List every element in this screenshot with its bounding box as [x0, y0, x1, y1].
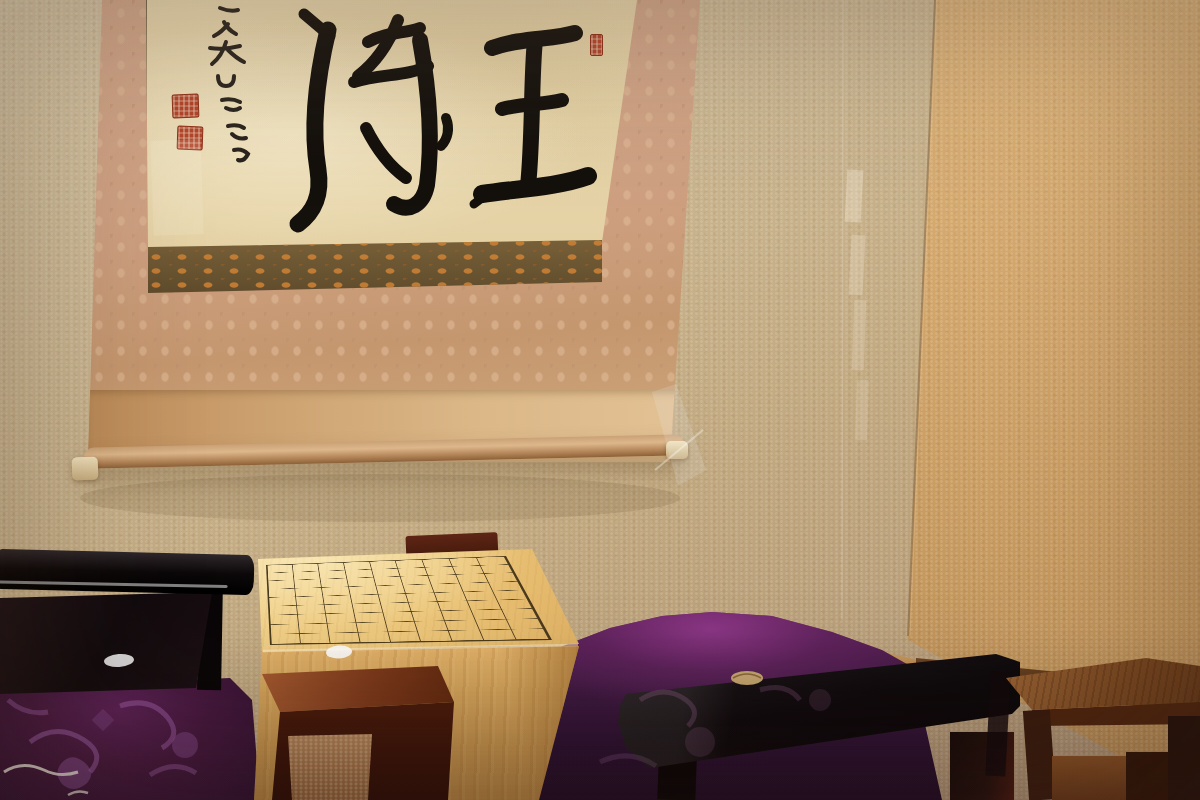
board-cell [300, 633, 331, 644]
shogi-room-photo [0, 0, 1200, 800]
board-cell [512, 629, 550, 640]
stool-right-dark-side [1168, 716, 1200, 800]
roller-knob-right [666, 441, 688, 459]
roller-knob-left [72, 457, 99, 481]
board-cell [356, 622, 388, 632]
futon-left [0, 674, 262, 800]
stool-right-floor-gap [1052, 756, 1128, 800]
board-cell [327, 623, 358, 633]
red-seal-upper [172, 94, 200, 119]
board-cell [388, 631, 422, 642]
board-cell [480, 629, 517, 640]
board-cell [385, 621, 418, 632]
board-cell [358, 632, 391, 643]
piece-stand-front-opening [284, 734, 372, 800]
shogi-board [256, 546, 586, 656]
board-cell [476, 619, 512, 630]
board-cell [271, 624, 300, 634]
board-cell [449, 630, 485, 641]
red-seal-small [590, 34, 603, 56]
board-cell [271, 634, 301, 645]
calligraphy-char-ou [462, 8, 607, 223]
armrest-left-top [0, 549, 254, 595]
stool-right-leg-right [1126, 752, 1170, 800]
board-cell [415, 621, 449, 632]
board-cell [329, 632, 361, 643]
armrest-left-gloss-line [0, 581, 228, 588]
board-cell [418, 631, 453, 642]
armrest-left-panel [0, 592, 216, 694]
board-cell [445, 620, 480, 631]
board-cell [507, 619, 544, 630]
calligraphy-char-sho [248, 0, 463, 240]
red-seal-lower [177, 126, 204, 151]
shogi-board-grid [266, 556, 552, 645]
board-cell [299, 623, 329, 633]
